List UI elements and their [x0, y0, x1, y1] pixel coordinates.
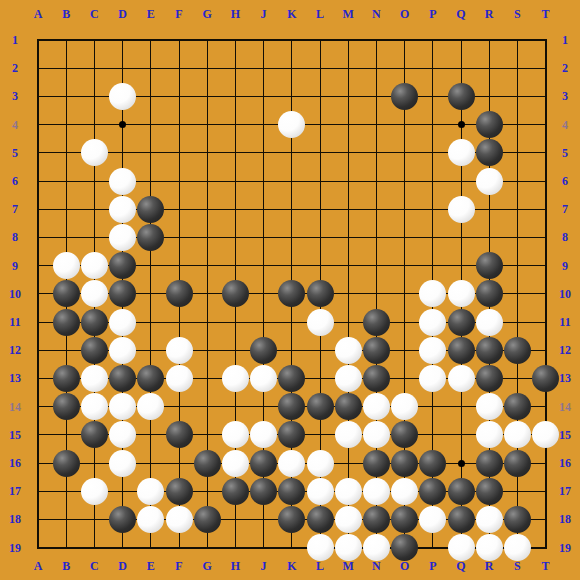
- row-label: 10: [2, 287, 28, 301]
- stone-white[interactable]: [222, 421, 249, 448]
- row-label: 18: [552, 512, 578, 526]
- row-label: 14: [552, 400, 578, 414]
- stone-white[interactable]: [81, 365, 108, 392]
- stone-black[interactable]: [476, 478, 503, 505]
- column-label: F: [169, 7, 189, 21]
- stone-black[interactable]: [166, 421, 193, 448]
- stone-white[interactable]: [222, 365, 249, 392]
- stone-black[interactable]: [222, 478, 249, 505]
- stone-black[interactable]: [250, 450, 277, 477]
- stone-white[interactable]: [335, 534, 362, 561]
- stone-black[interactable]: [278, 506, 305, 533]
- row-label: 6: [2, 174, 28, 188]
- stone-white[interactable]: [448, 280, 475, 307]
- stone-white[interactable]: [448, 365, 475, 392]
- stone-black[interactable]: [448, 478, 475, 505]
- column-label: B: [56, 7, 76, 21]
- stone-white[interactable]: [250, 421, 277, 448]
- stone-white[interactable]: [363, 421, 390, 448]
- column-label: O: [395, 7, 415, 21]
- column-label: B: [56, 559, 76, 573]
- stone-white[interactable]: [137, 393, 164, 420]
- stone-black[interactable]: [278, 393, 305, 420]
- column-label: R: [479, 7, 499, 21]
- go-board[interactable]: AABBCCDDEEFFGGHHJJKKLLMMNNOOPPQQRRSSTT11…: [0, 0, 580, 580]
- row-label: 8: [552, 230, 578, 244]
- column-label: H: [225, 559, 245, 573]
- stone-white[interactable]: [391, 478, 418, 505]
- stone-black[interactable]: [53, 309, 80, 336]
- stone-white[interactable]: [419, 309, 446, 336]
- stone-white[interactable]: [109, 450, 136, 477]
- column-label: E: [141, 7, 161, 21]
- stone-black[interactable]: [81, 421, 108, 448]
- stone-black[interactable]: [53, 393, 80, 420]
- stone-white[interactable]: [391, 393, 418, 420]
- stone-white[interactable]: [307, 478, 334, 505]
- stone-black[interactable]: [307, 506, 334, 533]
- stone-white[interactable]: [419, 280, 446, 307]
- stone-white[interactable]: [109, 421, 136, 448]
- stone-white[interactable]: [137, 478, 164, 505]
- row-label: 17: [552, 484, 578, 498]
- stone-black[interactable]: [448, 506, 475, 533]
- stone-black[interactable]: [278, 478, 305, 505]
- stone-black[interactable]: [476, 252, 503, 279]
- column-label: M: [338, 7, 358, 21]
- stone-white[interactable]: [222, 450, 249, 477]
- row-label: 2: [552, 61, 578, 75]
- stone-black[interactable]: [476, 450, 503, 477]
- stone-white[interactable]: [335, 365, 362, 392]
- row-label: 4: [552, 118, 578, 132]
- stone-white[interactable]: [81, 393, 108, 420]
- stone-white[interactable]: [307, 309, 334, 336]
- stone-white[interactable]: [363, 478, 390, 505]
- row-label: 11: [552, 315, 578, 329]
- column-label: C: [84, 559, 104, 573]
- stone-black[interactable]: [476, 365, 503, 392]
- column-label: J: [254, 7, 274, 21]
- stone-white[interactable]: [307, 534, 334, 561]
- column-label: D: [113, 559, 133, 573]
- row-label: 12: [552, 343, 578, 357]
- grid-line-vertical: [545, 39, 547, 549]
- column-label: F: [169, 559, 189, 573]
- column-label: S: [507, 7, 527, 21]
- stone-black[interactable]: [194, 450, 221, 477]
- column-label: C: [84, 7, 104, 21]
- stone-white[interactable]: [504, 421, 531, 448]
- row-label: 4: [2, 118, 28, 132]
- column-label: T: [536, 559, 556, 573]
- stone-white[interactable]: [109, 83, 136, 110]
- stone-black[interactable]: [109, 280, 136, 307]
- stone-white[interactable]: [109, 337, 136, 364]
- stone-white[interactable]: [419, 506, 446, 533]
- column-label: S: [507, 559, 527, 573]
- column-label: A: [28, 559, 48, 573]
- row-label: 1: [2, 33, 28, 47]
- stone-black[interactable]: [250, 337, 277, 364]
- stone-white[interactable]: [335, 337, 362, 364]
- stone-black[interactable]: [194, 506, 221, 533]
- stone-black[interactable]: [363, 506, 390, 533]
- row-label: 15: [2, 428, 28, 442]
- stone-black[interactable]: [391, 421, 418, 448]
- stone-black[interactable]: [448, 309, 475, 336]
- column-label: G: [197, 7, 217, 21]
- stone-black[interactable]: [137, 196, 164, 223]
- stone-black[interactable]: [53, 280, 80, 307]
- stone-black[interactable]: [476, 337, 503, 364]
- stone-white[interactable]: [476, 309, 503, 336]
- stone-black[interactable]: [109, 506, 136, 533]
- stone-white[interactable]: [363, 534, 390, 561]
- stone-black[interactable]: [137, 224, 164, 251]
- stone-white[interactable]: [166, 337, 193, 364]
- stone-black[interactable]: [391, 83, 418, 110]
- column-label: P: [423, 7, 443, 21]
- stone-black[interactable]: [81, 309, 108, 336]
- row-label: 16: [552, 456, 578, 470]
- stone-black[interactable]: [448, 337, 475, 364]
- stone-white[interactable]: [448, 196, 475, 223]
- row-label: 14: [2, 400, 28, 414]
- row-label: 5: [552, 146, 578, 160]
- stone-black[interactable]: [166, 478, 193, 505]
- stone-black[interactable]: [137, 365, 164, 392]
- stone-white[interactable]: [419, 337, 446, 364]
- column-label: Q: [451, 7, 471, 21]
- row-label: 11: [2, 315, 28, 329]
- grid-line-vertical: [348, 39, 349, 549]
- column-label: K: [282, 7, 302, 21]
- stone-white[interactable]: [109, 168, 136, 195]
- stone-black[interactable]: [391, 506, 418, 533]
- stone-white[interactable]: [166, 365, 193, 392]
- stone-black[interactable]: [222, 280, 249, 307]
- stone-black[interactable]: [109, 252, 136, 279]
- stone-white[interactable]: [335, 506, 362, 533]
- stone-white[interactable]: [81, 280, 108, 307]
- row-label: 2: [2, 61, 28, 75]
- stone-black[interactable]: [391, 450, 418, 477]
- stone-white[interactable]: [81, 478, 108, 505]
- stone-white[interactable]: [307, 450, 334, 477]
- stone-black[interactable]: [448, 83, 475, 110]
- stone-white[interactable]: [81, 252, 108, 279]
- column-label: N: [366, 559, 386, 573]
- stone-black[interactable]: [278, 365, 305, 392]
- stone-black[interactable]: [81, 337, 108, 364]
- row-label: 16: [2, 456, 28, 470]
- stone-white[interactable]: [166, 506, 193, 533]
- column-label: E: [141, 559, 161, 573]
- stone-black[interactable]: [419, 450, 446, 477]
- stone-white[interactable]: [109, 224, 136, 251]
- column-label: Q: [451, 559, 471, 573]
- row-label: 9: [2, 259, 28, 273]
- row-label: 19: [552, 541, 578, 555]
- stone-white[interactable]: [137, 506, 164, 533]
- stone-black[interactable]: [504, 393, 531, 420]
- stone-black[interactable]: [278, 280, 305, 307]
- row-label: 3: [552, 89, 578, 103]
- row-label: 13: [2, 371, 28, 385]
- row-label: 10: [552, 287, 578, 301]
- stone-black[interactable]: [532, 365, 559, 392]
- row-label: 19: [2, 541, 28, 555]
- stone-black[interactable]: [391, 534, 418, 561]
- stone-black[interactable]: [363, 450, 390, 477]
- stone-black[interactable]: [476, 111, 503, 138]
- row-label: 18: [2, 512, 28, 526]
- stone-white[interactable]: [81, 139, 108, 166]
- row-label: 9: [552, 259, 578, 273]
- column-label: P: [423, 559, 443, 573]
- row-label: 3: [2, 89, 28, 103]
- stone-white[interactable]: [109, 393, 136, 420]
- stone-black[interactable]: [363, 337, 390, 364]
- stone-black[interactable]: [278, 421, 305, 448]
- column-label: H: [225, 7, 245, 21]
- stone-black[interactable]: [109, 365, 136, 392]
- stone-black[interactable]: [476, 139, 503, 166]
- column-label: O: [395, 559, 415, 573]
- stone-black[interactable]: [250, 478, 277, 505]
- stone-white[interactable]: [476, 393, 503, 420]
- column-label: G: [197, 559, 217, 573]
- stone-black[interactable]: [476, 280, 503, 307]
- stone-black[interactable]: [363, 365, 390, 392]
- stone-white[interactable]: [448, 534, 475, 561]
- column-label: J: [254, 559, 274, 573]
- stone-white[interactable]: [53, 252, 80, 279]
- star-point: [119, 121, 126, 128]
- stone-white[interactable]: [250, 365, 277, 392]
- stone-white[interactable]: [335, 421, 362, 448]
- row-label: 6: [552, 174, 578, 188]
- stone-black[interactable]: [504, 450, 531, 477]
- row-label: 7: [552, 202, 578, 216]
- column-label: N: [366, 7, 386, 21]
- stone-white[interactable]: [476, 168, 503, 195]
- stone-black[interactable]: [307, 280, 334, 307]
- column-label: K: [282, 559, 302, 573]
- row-label: 7: [2, 202, 28, 216]
- row-label: 1: [552, 33, 578, 47]
- stone-black[interactable]: [307, 393, 334, 420]
- column-label: D: [113, 7, 133, 21]
- row-label: 12: [2, 343, 28, 357]
- column-label: R: [479, 559, 499, 573]
- stone-white[interactable]: [363, 393, 390, 420]
- stone-white[interactable]: [532, 421, 559, 448]
- stone-black[interactable]: [53, 450, 80, 477]
- stone-black[interactable]: [335, 393, 362, 420]
- stone-black[interactable]: [504, 506, 531, 533]
- stone-white[interactable]: [109, 196, 136, 223]
- stone-white[interactable]: [419, 365, 446, 392]
- row-label: 17: [2, 484, 28, 498]
- stone-white[interactable]: [476, 421, 503, 448]
- stone-white[interactable]: [278, 111, 305, 138]
- row-label: 5: [2, 146, 28, 160]
- stone-black[interactable]: [53, 365, 80, 392]
- column-label: M: [338, 559, 358, 573]
- column-label: L: [310, 7, 330, 21]
- stone-white[interactable]: [476, 534, 503, 561]
- stone-white[interactable]: [476, 506, 503, 533]
- stone-white[interactable]: [335, 478, 362, 505]
- stone-white[interactable]: [448, 139, 475, 166]
- stone-black[interactable]: [166, 280, 193, 307]
- stone-black[interactable]: [504, 337, 531, 364]
- column-label: T: [536, 7, 556, 21]
- screenshot-root: AABBCCDDEEFFGGHHJJKKLLMMNNOOPPQQRRSSTT11…: [0, 0, 580, 580]
- stone-black[interactable]: [363, 309, 390, 336]
- stone-white[interactable]: [504, 534, 531, 561]
- stone-white[interactable]: [109, 309, 136, 336]
- column-label: A: [28, 7, 48, 21]
- column-label: L: [310, 559, 330, 573]
- row-label: 8: [2, 230, 28, 244]
- stone-white[interactable]: [278, 450, 305, 477]
- star-point: [458, 121, 465, 128]
- stone-black[interactable]: [419, 478, 446, 505]
- star-point: [458, 460, 465, 467]
